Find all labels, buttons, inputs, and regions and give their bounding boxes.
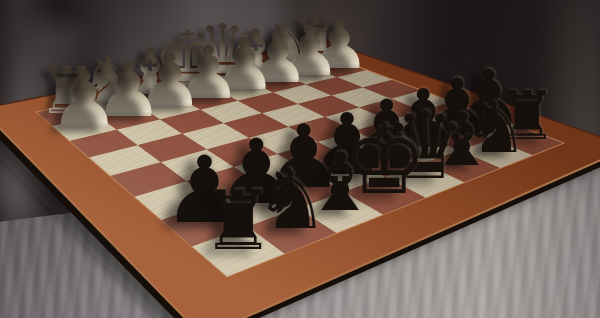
piece-white-pawn-h2[interactable]: ♟: [45, 61, 123, 139]
piece-black-rook-h8[interactable]: ♜: [197, 180, 279, 262]
scene: ♜♞♝♛♚♝♞♜♟♟♟♟♟♟♟♟♟♟♟♟♟♟♟♟♜♞♝♛♚♝♞♜: [0, 0, 600, 318]
